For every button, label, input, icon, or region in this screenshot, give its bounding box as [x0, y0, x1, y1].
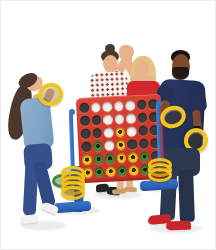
- polka-woman-hair: [101, 50, 119, 63]
- empty-hole-r3c3: [104, 127, 114, 137]
- empty-hole-r3c2: [92, 128, 102, 138]
- man-left-forearm: [192, 110, 202, 133]
- empty-hole-r2c4: [114, 114, 124, 124]
- yellow-disc-r5c1: [82, 155, 92, 165]
- empty-hole-r4c1: [82, 142, 92, 152]
- empty-hole-r1c3: [102, 101, 112, 111]
- left-woman-hair-back: [4, 83, 35, 142]
- empty-hole-r4c3: [104, 140, 114, 150]
- green-disc-r4c2: [93, 141, 103, 151]
- empty-hole-r3c5: [127, 126, 137, 136]
- left-woman-leg: [23, 166, 39, 217]
- scene-giant-connect-four-photo: [0, 0, 216, 250]
- empty-hole-r4c6: [139, 139, 149, 149]
- polka-woman-head: [103, 55, 118, 73]
- empty-hole-r2c5: [126, 113, 136, 123]
- empty-hole-r3c1: [81, 129, 91, 139]
- red-woman-shoulders: [131, 76, 153, 84]
- spare-yellow-ring: [148, 168, 172, 182]
- polka-woman-raised-arm: [109, 52, 134, 82]
- empty-hole-r2c6: [137, 113, 147, 123]
- empty-hole-r1c5: [125, 100, 135, 110]
- man-hair: [171, 50, 190, 63]
- red-woman-head: [135, 60, 149, 77]
- red-woman-raised-arm: [118, 50, 141, 82]
- yellow-disc-r6c5: [129, 165, 139, 175]
- green-disc-r5c6: [139, 152, 149, 162]
- left-woman-arm: [40, 87, 56, 109]
- yellow-ring-in-left-woman-hand: [35, 80, 65, 109]
- empty-hole-r2c2: [92, 115, 102, 125]
- empty-hole-r1c4: [114, 101, 124, 111]
- empty-hole-r1c2: [91, 102, 101, 112]
- man-left-sleeve: [190, 87, 207, 113]
- empty-hole-r1c6: [137, 100, 147, 110]
- empty-hole-r4c5: [127, 139, 137, 149]
- left-woman-arm: [32, 93, 44, 112]
- empty-hole-r1c1: [80, 103, 90, 113]
- man-beard: [172, 67, 189, 80]
- left-woman-hair-top: [16, 70, 40, 91]
- yellow-disc-r5c5: [128, 152, 138, 162]
- yellow-disc-r4c4: [116, 140, 126, 150]
- empty-hole-r2c1: [80, 116, 90, 126]
- left-woman-head: [23, 73, 45, 94]
- yellow-disc-r5c4: [116, 153, 126, 163]
- man-watch: [193, 126, 201, 130]
- man-head: [172, 54, 190, 78]
- polka-woman-sleeve: [109, 69, 129, 88]
- empty-hole-r2c3: [103, 114, 113, 124]
- polka-woman-hair-bun: [105, 44, 115, 53]
- spare-yellow-ring: [61, 186, 85, 200]
- yellow-ring-in-man-left-hand: [181, 125, 211, 155]
- yellow-disc-r6c3: [106, 166, 116, 176]
- floor-shadow: [20, 221, 66, 230]
- left-woman-jeans-hip: [23, 143, 53, 171]
- green-disc-r5c3: [105, 153, 115, 163]
- red-woman-blonde-hair: [130, 56, 156, 98]
- left-woman-blue-tee: [19, 97, 54, 152]
- empty-hole-r3c6: [138, 126, 148, 136]
- floor-shadow: [150, 224, 202, 233]
- high-five-hands: [118, 44, 135, 60]
- green-disc-r6c4: [117, 166, 127, 176]
- floor-shadow: [94, 191, 142, 199]
- left-woman-leg: [33, 161, 57, 209]
- green-disc-r5c2: [94, 154, 104, 164]
- yellow-disc-r3c4: [115, 127, 125, 137]
- man-leg: [178, 170, 195, 222]
- green-disc-r6c2: [94, 167, 104, 177]
